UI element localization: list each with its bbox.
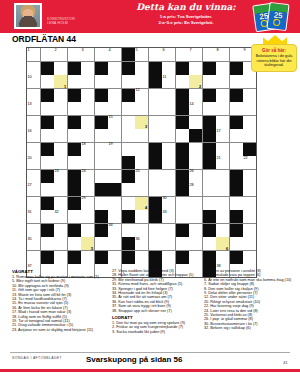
grid-cell[interactable] (27, 170, 40, 183)
grid-cell[interactable] (27, 62, 40, 75)
grid-cell[interactable] (162, 62, 175, 75)
black-cell (243, 143, 256, 156)
grid-cell[interactable] (203, 75, 216, 88)
black-cell (95, 89, 108, 102)
grid-cell[interactable]: 6 (162, 48, 175, 61)
grid-cell[interactable] (54, 197, 67, 210)
black-cell (122, 89, 135, 102)
grid-cell[interactable]: 31 (27, 210, 40, 223)
clue-number: 5 (136, 48, 138, 53)
clue-group: LODRÄTT1. Den får man på sig som virrig … (112, 315, 200, 334)
grid-cell[interactable] (27, 89, 40, 102)
grid-cell[interactable] (216, 170, 229, 183)
grid-cell[interactable] (189, 143, 202, 156)
grid-cell[interactable] (81, 224, 94, 237)
grid-cell[interactable] (243, 183, 256, 196)
grid-cell[interactable] (189, 251, 202, 264)
black-cell (108, 183, 121, 196)
grid-cell[interactable] (135, 129, 148, 142)
clue-number: 28 (190, 183, 194, 188)
grid-cell[interactable] (135, 156, 148, 169)
clue-number: 9 (244, 48, 246, 53)
black-cell (203, 210, 216, 223)
grid-cell[interactable] (81, 102, 94, 115)
grid-cell[interactable]: 25 (135, 170, 148, 183)
grid-cell[interactable] (230, 48, 243, 61)
grid-cell[interactable] (149, 129, 162, 142)
grid-cell[interactable] (216, 224, 229, 237)
grid-cell[interactable]: 8 (216, 48, 229, 61)
grid-cell[interactable]: 28 (189, 183, 202, 196)
black-cell (176, 89, 189, 102)
grid-cell[interactable] (230, 75, 243, 88)
grid-cell[interactable] (230, 129, 243, 142)
clue-number: 21 (217, 156, 221, 161)
grid-cell[interactable] (149, 170, 162, 183)
grid-cell[interactable] (243, 210, 256, 223)
black-cell (230, 251, 243, 264)
grid-cell[interactable] (54, 89, 67, 102)
grid-cell[interactable] (135, 102, 148, 115)
portrait-image (16, 5, 40, 27)
black-cell (41, 89, 54, 102)
grid-cell[interactable]: 19 (108, 143, 121, 156)
grid-cell[interactable] (41, 210, 54, 223)
black-cell (68, 62, 81, 75)
black-cell (149, 62, 162, 75)
grid-cell[interactable] (216, 62, 229, 75)
grid-cell[interactable] (95, 143, 108, 156)
grid-cell[interactable] (122, 116, 135, 129)
grid-cell[interactable] (68, 237, 81, 250)
grid-cell[interactable] (68, 129, 81, 142)
constructor-caption: KONSTRUKTÖR: LENA HOLM (47, 17, 76, 25)
grid-cell[interactable] (203, 197, 216, 210)
clue-column-2: 27. Vepa svabben kan snipa med (3)28. Hå… (112, 269, 200, 336)
instruction-note: Gör så här: Bokstäverna i de gula rutorn… (251, 44, 297, 72)
grid-cell[interactable] (68, 75, 81, 88)
grid-cell[interactable] (95, 170, 108, 183)
grid-cell[interactable] (162, 143, 175, 156)
black-cell (230, 183, 243, 196)
grid-cell[interactable] (216, 143, 229, 156)
grid-cell[interactable] (81, 116, 94, 129)
grid-cell[interactable] (108, 62, 121, 75)
grid-cell[interactable]: 2 (54, 48, 67, 61)
grid-cell[interactable]: 1 (27, 48, 40, 61)
footer-divider (10, 352, 290, 353)
grid-cell[interactable] (176, 75, 189, 88)
grid-cell[interactable] (108, 89, 121, 102)
grid-cell[interactable] (108, 197, 121, 210)
grid-cell[interactable] (176, 129, 189, 142)
grid-cell[interactable] (108, 210, 121, 223)
grid-cell[interactable] (189, 210, 202, 223)
grid-cell[interactable] (68, 48, 81, 61)
grid-cell[interactable] (95, 102, 108, 115)
grid-cell[interactable] (27, 251, 40, 264)
grid-cell[interactable]: 16 (27, 129, 40, 142)
clue-number: 35 (28, 237, 32, 242)
grid-cell[interactable] (122, 197, 135, 210)
grid-cell[interactable] (243, 170, 256, 183)
grid-cell[interactable] (27, 143, 40, 156)
grid-cell[interactable] (95, 156, 108, 169)
grid-cell[interactable] (216, 183, 229, 196)
grid-cell[interactable] (189, 197, 202, 210)
clue-number: 15 (109, 115, 113, 120)
black-cell (203, 62, 216, 75)
grid-cell[interactable] (108, 102, 121, 115)
grid-cell[interactable] (27, 197, 40, 210)
grid-cell[interactable] (176, 48, 189, 61)
grid-cell[interactable] (243, 237, 256, 250)
clue-number: 10 (28, 75, 32, 80)
grid-cell[interactable] (108, 75, 121, 88)
clue-group: 4. Nyans av personer i ansikte (8)5. Kan… (204, 269, 296, 331)
grid-cell[interactable] (41, 129, 54, 142)
grid-cell[interactable] (54, 251, 67, 264)
black-cell (122, 251, 135, 264)
grid-cell[interactable] (176, 237, 189, 250)
grid-cell[interactable] (149, 237, 162, 250)
grid-cell[interactable] (216, 102, 229, 115)
grid-cell[interactable] (189, 62, 202, 75)
black-cell (176, 143, 189, 156)
grid-cell[interactable] (95, 48, 108, 61)
grid-cell[interactable] (189, 116, 202, 129)
yellow-competition-cell[interactable]: 1 (54, 75, 67, 88)
grid-cell[interactable] (135, 75, 148, 88)
grid-cell[interactable] (149, 224, 162, 237)
black-cell (122, 210, 135, 223)
grid-cell[interactable] (81, 62, 94, 75)
grid-cell[interactable] (162, 251, 175, 264)
clue-number: 26 (190, 169, 194, 174)
grid-cell[interactable] (189, 89, 202, 102)
clue-number: 37 (28, 264, 32, 269)
black-cell (203, 224, 216, 237)
prize-banner: KONSTRUKTÖR: LENA HOLM Detta kan du vinn… (0, 0, 300, 33)
yellow-competition-cell[interactable]: 4 (135, 197, 148, 210)
black-cell (230, 170, 243, 183)
grid-cell[interactable] (81, 156, 94, 169)
grid-cell[interactable] (230, 143, 243, 156)
grid-cell[interactable] (68, 210, 81, 223)
grid-cell[interactable] (27, 116, 40, 129)
clue-number: 4 (109, 48, 111, 53)
grid-cell[interactable]: 5 (135, 48, 148, 61)
grid-cell[interactable]: 27 (27, 183, 40, 196)
black-cell (41, 197, 54, 210)
grid-cell[interactable]: 12 (135, 89, 148, 102)
grid-cell[interactable] (149, 102, 162, 115)
black-cell (203, 251, 216, 264)
grid-cell[interactable]: 15 (108, 116, 121, 129)
black-cell (149, 143, 162, 156)
clue-number: 27 (28, 183, 32, 188)
grid-cell[interactable]: 20 (27, 156, 40, 169)
grid-cell[interactable] (41, 156, 54, 169)
black-cell (230, 210, 243, 223)
grid-cell[interactable] (176, 197, 189, 210)
black-cell (41, 62, 54, 75)
grid-cell[interactable] (135, 210, 148, 223)
grid-cell[interactable]: 21 (216, 156, 229, 169)
grid-cell[interactable] (95, 129, 108, 142)
grid-cell[interactable] (162, 102, 175, 115)
grid-cell[interactable]: 36 (135, 237, 148, 250)
grid-cell[interactable] (81, 183, 94, 196)
clue-number: 16 (28, 129, 32, 134)
clue-number: 30 (163, 196, 167, 201)
grid-cell[interactable]: 7 (189, 48, 202, 61)
grid-cell[interactable] (81, 129, 94, 142)
grid-cell[interactable] (149, 183, 162, 196)
grid-cell[interactable] (135, 183, 148, 196)
black-cell (176, 251, 189, 264)
grid-cell[interactable] (54, 237, 67, 250)
grid-cell[interactable]: 17 (216, 129, 229, 142)
grid-cell[interactable] (203, 183, 216, 196)
grid-cell[interactable] (41, 75, 54, 88)
grid-cell[interactable] (216, 89, 229, 102)
grid-cell[interactable] (162, 183, 175, 196)
black-cell (95, 210, 108, 223)
grid-cell[interactable] (243, 75, 256, 88)
grid-cell[interactable] (54, 143, 67, 156)
grid-cell[interactable] (243, 116, 256, 129)
black-cell (203, 143, 216, 156)
grid-cell[interactable] (81, 75, 94, 88)
clue-group: 27. Vepa svabben kan snipa med (3)28. Hå… (112, 269, 200, 313)
grid-cell[interactable] (162, 89, 175, 102)
grid-cell[interactable] (122, 102, 135, 115)
grid-cell[interactable] (135, 224, 148, 237)
black-cell (176, 116, 189, 129)
grid-cell[interactable] (135, 62, 148, 75)
crown-icon (263, 35, 287, 44)
grid-cell[interactable]: 22 (243, 156, 256, 169)
grid-cell[interactable] (108, 170, 121, 183)
black-cell (230, 89, 243, 102)
grid-cell[interactable] (162, 170, 175, 183)
clue-number: 38 (217, 264, 221, 269)
grid-cell[interactable] (54, 129, 67, 142)
grid-cell[interactable] (216, 75, 229, 88)
grid-cell[interactable] (149, 89, 162, 102)
clue-number: 24 (82, 169, 86, 174)
grid-cell[interactable] (135, 251, 148, 264)
clue-number: 29 (82, 196, 86, 201)
grid-cell[interactable] (27, 224, 40, 237)
page-title: ORDFLÄTAN 44 (12, 34, 76, 44)
grid-cell[interactable] (81, 251, 94, 264)
black-cell (95, 224, 108, 237)
grid-cell[interactable] (230, 197, 243, 210)
black-cell (95, 183, 108, 196)
grid-cell[interactable] (162, 129, 175, 142)
black-cell (176, 102, 189, 115)
black-cell (203, 89, 216, 102)
black-cell (95, 62, 108, 75)
black-cell (41, 143, 54, 156)
grid-cell[interactable] (243, 102, 256, 115)
grid-cell[interactable] (122, 224, 135, 237)
black-cell (149, 75, 162, 88)
yellow-competition-cell[interactable]: 3 (135, 116, 148, 129)
grid-cell[interactable] (122, 75, 135, 88)
clue-item: 38. Snappar upp och skriver ner (7) (112, 309, 200, 313)
grid-cell[interactable] (243, 129, 256, 142)
grid-cell[interactable] (243, 89, 256, 102)
clue-number: 19 (109, 142, 113, 147)
grid-cell[interactable] (54, 116, 67, 129)
grid-cell[interactable] (122, 129, 135, 142)
clue-number: 23 (55, 169, 59, 174)
grid-cell[interactable] (189, 224, 202, 237)
black-cell (122, 156, 135, 169)
grid-cell[interactable]: 13 (27, 102, 40, 115)
grid-cell[interactable] (108, 251, 121, 264)
clue-number: 34 (109, 223, 113, 228)
grid-cell[interactable] (41, 102, 54, 115)
clue-number: 25 (136, 169, 140, 174)
clue-list-header: VÅGRÄTT (12, 269, 107, 274)
grid-cell[interactable] (81, 89, 94, 102)
grid-cell[interactable]: 33 (162, 210, 175, 223)
clue-number: 3 (82, 48, 84, 53)
grid-cell[interactable] (230, 237, 243, 250)
grid-cell[interactable] (68, 102, 81, 115)
grid-cell[interactable] (54, 62, 67, 75)
grid-cell[interactable] (95, 237, 108, 250)
black-cell (95, 251, 108, 264)
grid-cell[interactable] (216, 197, 229, 210)
grid-cell[interactable] (216, 116, 229, 129)
grid-cell[interactable]: 18 (81, 143, 94, 156)
crossword-grid[interactable]: 1234567891011121213141531617181920212223… (26, 47, 257, 278)
grid-cell[interactable]: 23 (54, 170, 67, 183)
yellow-competition-cell[interactable]: 6 (216, 237, 229, 250)
grid-cell[interactable]: 14 (189, 102, 202, 115)
black-cell (41, 251, 54, 264)
grid-cell[interactable] (68, 156, 81, 169)
grid-cell[interactable]: 32 (54, 210, 67, 223)
clue-list-header: LODRÄTT (112, 315, 200, 320)
grid-cell[interactable] (216, 251, 229, 264)
grid-cell[interactable] (95, 75, 108, 88)
clue-number: 6 (163, 48, 165, 53)
black-cell (41, 170, 54, 183)
grid-cell[interactable]: 11 (162, 75, 175, 88)
grid-cell[interactable] (122, 143, 135, 156)
clue-number: 12 (136, 88, 140, 93)
grid-cell[interactable] (108, 237, 121, 250)
grid-cell[interactable] (243, 197, 256, 210)
grid-cell[interactable]: 24 (81, 170, 94, 183)
grid-cell[interactable] (216, 210, 229, 223)
clue-group: VÅGRÄTT1. Rumsrena håller sig på mattan … (12, 269, 107, 332)
grid-cell[interactable] (108, 156, 121, 169)
grid-cell[interactable]: 30 (162, 197, 175, 210)
prize-line-2: 2:a–5:e pris: En Sverigelott. (128, 20, 244, 25)
black-cell (122, 237, 135, 250)
black-cell (68, 143, 81, 156)
clue-number: 32 (55, 210, 59, 215)
black-cell (203, 156, 216, 169)
grid-cell[interactable] (230, 102, 243, 115)
black-cell (122, 62, 135, 75)
grid-cell[interactable] (54, 224, 67, 237)
grid-cell[interactable] (81, 210, 94, 223)
grid-cell[interactable] (162, 224, 175, 237)
grid-cell[interactable] (203, 48, 216, 61)
clue-number: 18 (82, 142, 86, 147)
grid-cell[interactable] (54, 102, 67, 115)
grid-cell[interactable]: 29 (81, 197, 94, 210)
black-cell (122, 170, 135, 183)
grid-cell[interactable] (243, 251, 256, 264)
black-cell (149, 251, 162, 264)
grid-cell[interactable] (135, 143, 148, 156)
grid-cell[interactable]: 34 (108, 224, 121, 237)
grid-cell[interactable]: 3 (81, 48, 94, 61)
grid-cell[interactable] (203, 170, 216, 183)
grid-cell[interactable] (95, 197, 108, 210)
grid-cell[interactable] (41, 48, 54, 61)
lottery-ticket-icon: 25 25 (252, 2, 292, 36)
clue-number: 20 (28, 156, 32, 161)
grid-cell[interactable] (41, 183, 54, 196)
grid-cell[interactable] (162, 116, 175, 129)
grid-cell[interactable] (189, 237, 202, 250)
ticket-ring-icon (273, 18, 281, 26)
yellow-competition-cell[interactable]: 2 (189, 75, 202, 88)
grid-cell[interactable] (189, 156, 202, 169)
grid-cell[interactable] (149, 48, 162, 61)
grid-cell[interactable] (203, 102, 216, 115)
grid-cell[interactable] (122, 183, 135, 196)
clue-number: 1 (28, 48, 30, 53)
grid-cell[interactable] (162, 156, 175, 169)
grid-cell[interactable]: 26 (189, 170, 202, 183)
grid-cell[interactable] (108, 129, 121, 142)
black-cell (203, 116, 216, 129)
grid-cell[interactable] (54, 183, 67, 196)
instruction-note-body: Bokstäverna i de gula rutorna bildar här… (254, 54, 294, 68)
clue-item: 32. Befann sig i sällskap (6) (204, 326, 296, 330)
grid-cell[interactable] (203, 237, 216, 250)
grid-cell[interactable] (243, 224, 256, 237)
grid-cell[interactable] (230, 156, 243, 169)
footer-section-label: SÖNDAG I AFTONBLADET (12, 356, 62, 360)
grid-cell[interactable]: 4 (108, 48, 121, 61)
grid-cell[interactable] (149, 116, 162, 129)
black-cell (68, 251, 81, 264)
grid-cell[interactable] (41, 237, 54, 250)
grid-cell[interactable]: 10 (27, 75, 40, 88)
black-cell (122, 48, 135, 61)
grid-cell[interactable] (54, 156, 67, 169)
black-cell (230, 116, 243, 129)
clue-number: 36 (136, 237, 140, 242)
yellow-competition-cell[interactable]: 5 (81, 237, 94, 250)
grid-cell[interactable]: 35 (27, 237, 40, 250)
grid-cell[interactable] (176, 210, 189, 223)
grid-cell[interactable] (162, 237, 175, 250)
clue-column-1: VÅGRÄTT1. Rumsrena håller sig på mattan … (12, 269, 107, 334)
